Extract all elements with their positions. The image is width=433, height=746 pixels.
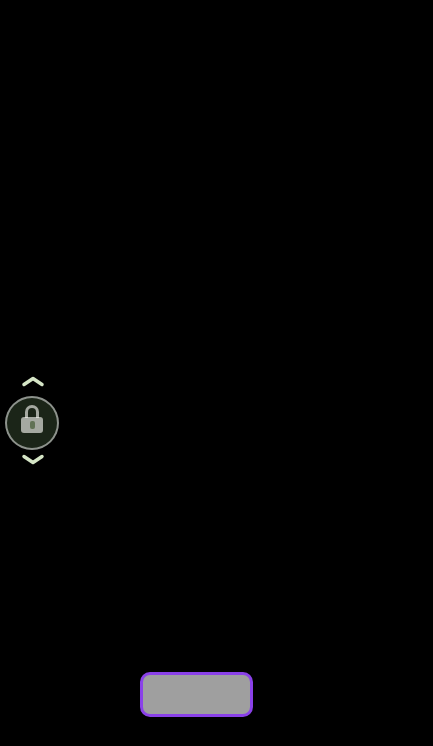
trend-lines-overlay xyxy=(0,0,433,746)
chevron-down-icon[interactable] xyxy=(21,454,45,465)
prediction-label xyxy=(140,672,253,717)
chevron-up-icon[interactable] xyxy=(21,376,45,387)
lock-icon xyxy=(7,405,57,433)
trend-chart-screen xyxy=(0,0,433,746)
lock-button[interactable] xyxy=(5,396,59,450)
